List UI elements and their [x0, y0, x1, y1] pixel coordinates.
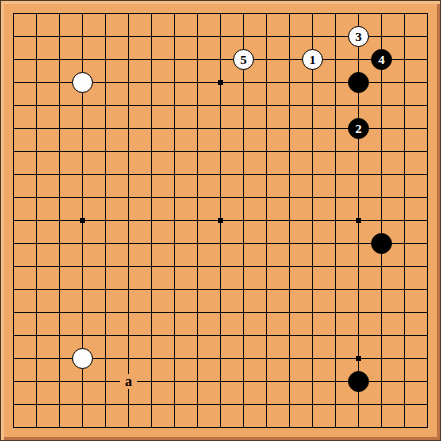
board-point [48, 186, 71, 209]
board-point [117, 209, 140, 232]
board-point [324, 71, 347, 94]
board-point [25, 94, 48, 117]
board-point [393, 301, 416, 324]
board-point [117, 232, 140, 255]
board-point [94, 301, 117, 324]
board-point [301, 140, 324, 163]
board-point [416, 186, 439, 209]
board-point [393, 2, 416, 25]
board-point [117, 324, 140, 347]
board-point [416, 25, 439, 48]
board-point [2, 416, 25, 439]
white-stone [72, 348, 93, 369]
board-point [416, 416, 439, 439]
board-point [71, 370, 94, 393]
board-point [393, 278, 416, 301]
board-point [324, 370, 347, 393]
board-point [94, 140, 117, 163]
board-point [347, 370, 370, 393]
board-point [48, 370, 71, 393]
white-stone-move-5: 5 [233, 49, 254, 70]
star-point [80, 218, 85, 223]
board-point [232, 232, 255, 255]
board-point [255, 186, 278, 209]
board-point [278, 255, 301, 278]
board-point [117, 94, 140, 117]
board-point [186, 393, 209, 416]
board-point [25, 140, 48, 163]
board-point [301, 393, 324, 416]
board-point [94, 324, 117, 347]
board-point [324, 301, 347, 324]
board-point [71, 393, 94, 416]
board-point [117, 347, 140, 370]
board-point [370, 94, 393, 117]
board-point [25, 370, 48, 393]
board-point [416, 232, 439, 255]
board-point [163, 209, 186, 232]
board-point [186, 324, 209, 347]
board-point [25, 25, 48, 48]
board-point [347, 140, 370, 163]
board-point [278, 324, 301, 347]
board-point [25, 232, 48, 255]
board-point [255, 232, 278, 255]
board-point [25, 301, 48, 324]
board-point [2, 209, 25, 232]
board-point [232, 25, 255, 48]
black-stone-move-4: 4 [371, 49, 392, 70]
board-point [255, 393, 278, 416]
board-point [186, 416, 209, 439]
board-point [163, 94, 186, 117]
board-point [255, 370, 278, 393]
board-point [71, 2, 94, 25]
board-point [163, 301, 186, 324]
board-point [2, 324, 25, 347]
board-point [2, 48, 25, 71]
board-point [416, 370, 439, 393]
board-point [2, 163, 25, 186]
board-point [370, 71, 393, 94]
board-point [416, 209, 439, 232]
board-point [393, 232, 416, 255]
board-point [347, 393, 370, 416]
board-point [94, 48, 117, 71]
board-point [117, 25, 140, 48]
board-point [2, 186, 25, 209]
board-point [393, 48, 416, 71]
board-point [209, 48, 232, 71]
board-point [324, 163, 347, 186]
board-point [278, 163, 301, 186]
board-point [255, 140, 278, 163]
board-point [140, 163, 163, 186]
board-point [278, 209, 301, 232]
board-point [94, 71, 117, 94]
board-point [163, 2, 186, 25]
board-point [25, 393, 48, 416]
board-point [232, 416, 255, 439]
star-point [356, 356, 361, 361]
white-stone [72, 72, 93, 93]
star-point [356, 218, 361, 223]
board-point [209, 324, 232, 347]
board-point [48, 25, 71, 48]
board-point [232, 209, 255, 232]
board-point [117, 163, 140, 186]
board-point [301, 347, 324, 370]
board-point [25, 48, 48, 71]
board-point [94, 370, 117, 393]
board-point [255, 347, 278, 370]
board-point [347, 255, 370, 278]
board-point [370, 186, 393, 209]
board-point [48, 117, 71, 140]
board-point [163, 324, 186, 347]
board-point [140, 25, 163, 48]
board-point [301, 2, 324, 25]
board-point [416, 324, 439, 347]
board-point [48, 347, 71, 370]
board-point [209, 94, 232, 117]
board-point [232, 163, 255, 186]
board-point [71, 324, 94, 347]
board-point [140, 324, 163, 347]
board-point [232, 186, 255, 209]
board-point [393, 347, 416, 370]
board-point [2, 255, 25, 278]
board-point [416, 48, 439, 71]
board-point [301, 232, 324, 255]
board-point [301, 370, 324, 393]
board-point [48, 393, 71, 416]
board-point [48, 94, 71, 117]
board-point [324, 25, 347, 48]
board-point [94, 347, 117, 370]
board-point [324, 232, 347, 255]
board-point [140, 416, 163, 439]
board-point [255, 71, 278, 94]
board-point [370, 232, 393, 255]
board-point [117, 301, 140, 324]
board-point [140, 94, 163, 117]
board-point [71, 278, 94, 301]
board-point [140, 255, 163, 278]
board-point [232, 140, 255, 163]
board-point [25, 255, 48, 278]
board-point [393, 393, 416, 416]
board-point [140, 140, 163, 163]
board-point [48, 278, 71, 301]
board-point [71, 163, 94, 186]
board-point [71, 117, 94, 140]
board-point [163, 416, 186, 439]
board-point [48, 48, 71, 71]
board-point [71, 209, 94, 232]
board-point [324, 48, 347, 71]
board-point [278, 186, 301, 209]
board-point [71, 232, 94, 255]
board-point [347, 232, 370, 255]
board-point [278, 416, 301, 439]
board-point [393, 25, 416, 48]
board-point [25, 324, 48, 347]
board-point [209, 186, 232, 209]
board-point [186, 48, 209, 71]
board-point [117, 416, 140, 439]
board-point [140, 2, 163, 25]
board-point [117, 71, 140, 94]
board-point [416, 94, 439, 117]
board-point [416, 393, 439, 416]
board-point [255, 278, 278, 301]
board-point [324, 209, 347, 232]
board-point [117, 186, 140, 209]
board-point [278, 278, 301, 301]
board-point [370, 163, 393, 186]
board-point [301, 117, 324, 140]
board-point [71, 416, 94, 439]
board-point [186, 71, 209, 94]
board-point [2, 370, 25, 393]
board-point [209, 209, 232, 232]
board-point [255, 2, 278, 25]
board-point [301, 25, 324, 48]
board-point [232, 94, 255, 117]
board-point [163, 186, 186, 209]
board-point [393, 140, 416, 163]
board-point [2, 25, 25, 48]
board-point [209, 140, 232, 163]
board-point [209, 255, 232, 278]
board-point [2, 232, 25, 255]
board-point [25, 347, 48, 370]
board-point [324, 255, 347, 278]
board-point [117, 278, 140, 301]
board-point [347, 186, 370, 209]
board-point [2, 71, 25, 94]
board-grid: 35142a [2, 2, 439, 439]
board-point [255, 416, 278, 439]
black-stone [371, 233, 392, 254]
board-point [324, 324, 347, 347]
board-point [140, 232, 163, 255]
board-point [48, 2, 71, 25]
board-point [232, 347, 255, 370]
board-point [48, 301, 71, 324]
board-point [370, 301, 393, 324]
board-point: 5 [232, 48, 255, 71]
board-point [347, 278, 370, 301]
board-point [25, 117, 48, 140]
board-point [209, 2, 232, 25]
board-point [94, 232, 117, 255]
board-point [232, 255, 255, 278]
board-point [94, 255, 117, 278]
board-point [209, 416, 232, 439]
board-point [2, 94, 25, 117]
board-point: 3 [347, 25, 370, 48]
black-stone-move-2: 2 [348, 118, 369, 139]
board-point [94, 25, 117, 48]
board-point [416, 255, 439, 278]
board-point [117, 48, 140, 71]
board-point [393, 416, 416, 439]
board-point [209, 370, 232, 393]
board-point [140, 370, 163, 393]
board-point [2, 278, 25, 301]
board-point [140, 117, 163, 140]
board-point [324, 278, 347, 301]
board-point [140, 393, 163, 416]
board-point [48, 255, 71, 278]
board-point [370, 25, 393, 48]
board-point [2, 140, 25, 163]
board-point [94, 416, 117, 439]
board-point [347, 94, 370, 117]
go-board: 35142a [0, 0, 441, 441]
board-point [94, 186, 117, 209]
board-point [232, 71, 255, 94]
board-point [71, 186, 94, 209]
board-point [163, 71, 186, 94]
board-point [301, 163, 324, 186]
board-point [255, 117, 278, 140]
board-point [232, 301, 255, 324]
board-point [393, 324, 416, 347]
board-point [416, 278, 439, 301]
board-point [71, 255, 94, 278]
board-point [278, 71, 301, 94]
board-point [71, 25, 94, 48]
board-point [393, 255, 416, 278]
board-point [347, 209, 370, 232]
board-point [278, 301, 301, 324]
board-point [25, 416, 48, 439]
point-label-a: a [120, 374, 137, 389]
board-point [416, 117, 439, 140]
board-point [393, 117, 416, 140]
board-point [370, 140, 393, 163]
board-point [232, 2, 255, 25]
board-point [255, 163, 278, 186]
white-stone-move-1: 1 [302, 49, 323, 70]
board-point [393, 94, 416, 117]
board-point [347, 324, 370, 347]
board-point [209, 25, 232, 48]
board-point [186, 25, 209, 48]
star-point [218, 80, 223, 85]
board-point [186, 117, 209, 140]
board-point [324, 140, 347, 163]
board-point [301, 94, 324, 117]
board-point [186, 163, 209, 186]
board-point [370, 416, 393, 439]
board-point [71, 301, 94, 324]
board-point: 2 [347, 117, 370, 140]
board-point [2, 301, 25, 324]
board-point [209, 393, 232, 416]
board-point [117, 393, 140, 416]
board-point [416, 140, 439, 163]
board-point [48, 71, 71, 94]
board-point [2, 2, 25, 25]
board-point [347, 163, 370, 186]
board-point [140, 347, 163, 370]
board-point [186, 209, 209, 232]
board-point [324, 117, 347, 140]
board-point [94, 278, 117, 301]
board-point [278, 94, 301, 117]
board-point [25, 186, 48, 209]
board-point [48, 232, 71, 255]
board-point [255, 25, 278, 48]
board-point [71, 48, 94, 71]
board-point [278, 347, 301, 370]
board-point [163, 255, 186, 278]
board-point [163, 117, 186, 140]
board-point [255, 301, 278, 324]
board-point [370, 347, 393, 370]
board-point [370, 393, 393, 416]
board-point [209, 117, 232, 140]
board-point [278, 370, 301, 393]
board-point [94, 117, 117, 140]
board-point [209, 347, 232, 370]
board-point [278, 2, 301, 25]
board-point [48, 324, 71, 347]
board-point [25, 278, 48, 301]
board-point [278, 25, 301, 48]
board-point [2, 347, 25, 370]
board-point [186, 370, 209, 393]
board-point [347, 48, 370, 71]
board-point [278, 232, 301, 255]
board-point [301, 416, 324, 439]
board-point [140, 186, 163, 209]
board-point [209, 163, 232, 186]
board-point [324, 416, 347, 439]
board-point [117, 255, 140, 278]
board-point [71, 94, 94, 117]
board-point [186, 140, 209, 163]
board-point [71, 71, 94, 94]
board-point [94, 163, 117, 186]
board-point [48, 416, 71, 439]
board-point [393, 186, 416, 209]
board-point [117, 2, 140, 25]
board-point [232, 393, 255, 416]
board-point [347, 71, 370, 94]
board-point [301, 186, 324, 209]
board-point [278, 48, 301, 71]
board-point [324, 393, 347, 416]
board-point [232, 117, 255, 140]
board-point [117, 140, 140, 163]
board-point [255, 48, 278, 71]
board-point [186, 347, 209, 370]
board-point [94, 2, 117, 25]
board-point [186, 186, 209, 209]
board-point [163, 48, 186, 71]
board-point [140, 301, 163, 324]
board-point [416, 301, 439, 324]
board-point [2, 393, 25, 416]
board-point [163, 232, 186, 255]
board-point [347, 347, 370, 370]
board-point [232, 324, 255, 347]
